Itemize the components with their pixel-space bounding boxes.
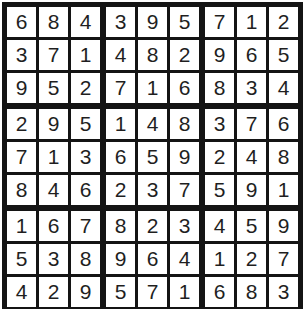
cell-r9c8[interactable]: 8	[237, 277, 266, 307]
cell-r1c7[interactable]: 7	[205, 7, 234, 37]
cell-r3c3[interactable]: 2	[71, 73, 100, 103]
cell-r3c1[interactable]: 9	[7, 73, 36, 103]
cell-r8c4[interactable]: 9	[106, 244, 135, 274]
cell-r8c3[interactable]: 8	[71, 244, 100, 274]
cell-r3c4[interactable]: 7	[106, 73, 135, 103]
cell-r7c9[interactable]: 9	[269, 211, 298, 241]
box-9: 459127683	[205, 211, 298, 307]
cell-r7c8[interactable]: 5	[237, 211, 266, 241]
cell-r8c1[interactable]: 5	[7, 244, 36, 274]
cell-r4c3[interactable]: 5	[71, 109, 100, 139]
cell-r9c4[interactable]: 5	[106, 277, 135, 307]
cell-r4c9[interactable]: 6	[269, 109, 298, 139]
cell-r3c7[interactable]: 8	[205, 73, 234, 103]
cell-r9c3[interactable]: 9	[71, 277, 100, 307]
cell-r1c5[interactable]: 9	[138, 7, 167, 37]
cell-r5c4[interactable]: 6	[106, 142, 135, 172]
cell-r6c7[interactable]: 5	[205, 175, 234, 205]
cell-r8c6[interactable]: 4	[170, 244, 199, 274]
cell-r4c2[interactable]: 9	[39, 109, 68, 139]
cell-r7c2[interactable]: 6	[39, 211, 68, 241]
cell-r2c1[interactable]: 3	[7, 40, 36, 70]
cell-r9c7[interactable]: 6	[205, 277, 234, 307]
cell-r5c9[interactable]: 8	[269, 142, 298, 172]
cell-r1c8[interactable]: 1	[237, 7, 266, 37]
cell-r7c6[interactable]: 3	[170, 211, 199, 241]
cell-r7c5[interactable]: 2	[138, 211, 167, 241]
cell-r3c5[interactable]: 1	[138, 73, 167, 103]
cell-r4c8[interactable]: 7	[237, 109, 266, 139]
cell-r9c2[interactable]: 2	[39, 277, 68, 307]
cell-r6c6[interactable]: 7	[170, 175, 199, 205]
cell-r8c5[interactable]: 6	[138, 244, 167, 274]
cell-r2c2[interactable]: 7	[39, 40, 68, 70]
page: 6843719523954827167129658342957138461486…	[0, 0, 306, 309]
cell-r3c2[interactable]: 5	[39, 73, 68, 103]
box-8: 823964571	[106, 211, 199, 307]
cell-r7c1[interactable]: 1	[7, 211, 36, 241]
cell-r2c9[interactable]: 5	[269, 40, 298, 70]
cell-r5c7[interactable]: 2	[205, 142, 234, 172]
cell-r2c3[interactable]: 1	[71, 40, 100, 70]
cell-r8c7[interactable]: 1	[205, 244, 234, 274]
cell-r1c6[interactable]: 5	[170, 7, 199, 37]
cell-r7c4[interactable]: 8	[106, 211, 135, 241]
box-6: 376248591	[205, 109, 298, 205]
cell-r4c7[interactable]: 3	[205, 109, 234, 139]
cell-r5c6[interactable]: 9	[170, 142, 199, 172]
cell-r6c1[interactable]: 8	[7, 175, 36, 205]
cell-r5c5[interactable]: 5	[138, 142, 167, 172]
cell-r9c5[interactable]: 7	[138, 277, 167, 307]
cell-r1c9[interactable]: 2	[269, 7, 298, 37]
cell-r2c4[interactable]: 4	[106, 40, 135, 70]
box-1: 684371952	[7, 7, 100, 103]
cell-r6c2[interactable]: 4	[39, 175, 68, 205]
cell-r4c1[interactable]: 2	[7, 109, 36, 139]
cell-r4c4[interactable]: 1	[106, 109, 135, 139]
box-2: 395482716	[106, 7, 199, 103]
cell-r6c9[interactable]: 1	[269, 175, 298, 205]
box-3: 712965834	[205, 7, 298, 103]
cell-r3c8[interactable]: 3	[237, 73, 266, 103]
cell-r3c6[interactable]: 6	[170, 73, 199, 103]
cell-r9c1[interactable]: 4	[7, 277, 36, 307]
cell-r5c2[interactable]: 1	[39, 142, 68, 172]
cell-r1c2[interactable]: 8	[39, 7, 68, 37]
cell-r6c3[interactable]: 6	[71, 175, 100, 205]
cell-r4c6[interactable]: 8	[170, 109, 199, 139]
box-5: 148659237	[106, 109, 199, 205]
cell-r9c6[interactable]: 1	[170, 277, 199, 307]
sudoku-board: 6843719523954827167129658342957138461486…	[2, 2, 303, 309]
cell-r5c3[interactable]: 3	[71, 142, 100, 172]
cell-r6c5[interactable]: 3	[138, 175, 167, 205]
cell-r3c9[interactable]: 4	[269, 73, 298, 103]
cell-r2c5[interactable]: 8	[138, 40, 167, 70]
cell-r7c3[interactable]: 7	[71, 211, 100, 241]
box-7: 167538429	[7, 211, 100, 307]
cell-r1c1[interactable]: 6	[7, 7, 36, 37]
cell-r9c9[interactable]: 3	[269, 277, 298, 307]
box-4: 295713846	[7, 109, 100, 205]
cell-r6c8[interactable]: 9	[237, 175, 266, 205]
cell-r4c5[interactable]: 4	[138, 109, 167, 139]
cell-r1c3[interactable]: 4	[71, 7, 100, 37]
cell-r8c8[interactable]: 2	[237, 244, 266, 274]
cell-r5c1[interactable]: 7	[7, 142, 36, 172]
cell-r5c8[interactable]: 4	[237, 142, 266, 172]
cell-r2c8[interactable]: 6	[237, 40, 266, 70]
cell-r8c2[interactable]: 3	[39, 244, 68, 274]
cell-r1c4[interactable]: 3	[106, 7, 135, 37]
cell-r6c4[interactable]: 2	[106, 175, 135, 205]
cell-r2c7[interactable]: 9	[205, 40, 234, 70]
cell-r2c6[interactable]: 2	[170, 40, 199, 70]
cell-r7c7[interactable]: 4	[205, 211, 234, 241]
cell-r8c9[interactable]: 7	[269, 244, 298, 274]
